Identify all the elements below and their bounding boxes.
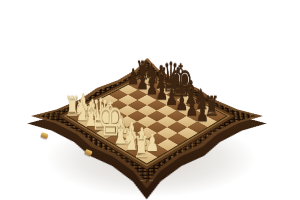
piece-black-pawn[interactable]: ♟	[196, 102, 209, 125]
piece-white-rook[interactable]: ♜	[133, 132, 149, 161]
chess-set-photo: ♜♞♝♛♚♝♞♜♟♟♟♟♟♟♟♟♟♟♟♟♟♟♟♟♜♞♝♛♚♝♞♜	[0, 0, 300, 200]
